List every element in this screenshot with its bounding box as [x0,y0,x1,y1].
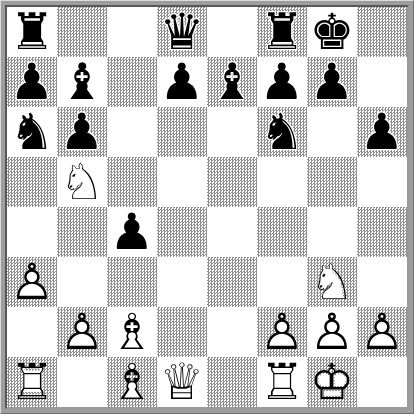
square-f2[interactable]: ♟♙ [257,307,307,357]
knight-icon: ♞ [257,107,307,157]
pawn-icon: ♟ [307,57,357,107]
queen-icon: ♕ [157,357,207,407]
piece-black-queen: ♛ [157,7,207,57]
bishop-icon: ♝ [57,57,107,107]
square-b1[interactable] [57,357,107,407]
pawn-icon: ♟ [257,57,307,107]
king-icon: ♔ [307,357,357,407]
piece-black-knight: ♞ [7,107,57,157]
square-d7[interactable]: ♟ [157,57,207,107]
square-b8[interactable] [57,7,107,57]
piece-white-rook: ♜♖ [7,357,57,407]
bishop-icon: ♗ [107,307,157,357]
pawn-icon: ♙ [7,257,57,307]
square-h7[interactable] [357,57,407,107]
pawn-icon: ♙ [307,307,357,357]
board-frame: ♜♛♜♚♟♝♟♝♟♟♞♟♞♟♞♘♟♟♙♞♘♟♙♝♗♟♙♟♙♟♙♜♖♝♗♛♕♜♖♚… [0,0,414,414]
knight-icon: ♘ [307,257,357,307]
square-h1[interactable] [357,357,407,407]
rook-icon: ♖ [7,357,57,407]
piece-black-rook: ♜ [7,7,57,57]
square-g1[interactable]: ♚♔ [307,357,357,407]
knight-icon: ♘ [57,157,107,207]
square-e1[interactable] [207,357,257,407]
square-f8[interactable]: ♜ [257,7,307,57]
square-g5[interactable] [307,157,357,207]
piece-black-pawn: ♟ [307,57,357,107]
square-c8[interactable] [107,7,157,57]
square-h3[interactable] [357,257,407,307]
piece-white-pawn: ♟♙ [257,307,307,357]
pawn-icon: ♟ [7,57,57,107]
square-b6[interactable]: ♟ [57,107,107,157]
square-h4[interactable] [357,207,407,257]
square-b2[interactable]: ♟♙ [57,307,107,357]
square-a3[interactable]: ♟♙ [7,257,57,307]
king-icon: ♚ [307,7,357,57]
piece-black-bishop: ♝ [57,57,107,107]
square-c2[interactable]: ♝♗ [107,307,157,357]
pawn-icon: ♟ [357,107,407,157]
square-g8[interactable]: ♚ [307,7,357,57]
square-e4[interactable] [207,207,257,257]
pawn-icon: ♟ [157,57,207,107]
square-f1[interactable]: ♜♖ [257,357,307,407]
pawn-icon: ♙ [57,307,107,357]
bishop-icon: ♗ [107,357,157,407]
pawn-icon: ♙ [257,307,307,357]
square-c6[interactable] [107,107,157,157]
square-c3[interactable] [107,257,157,307]
piece-white-rook: ♜♖ [257,357,307,407]
knight-icon: ♞ [7,107,57,157]
square-h2[interactable]: ♟♙ [357,307,407,357]
square-d8[interactable]: ♛ [157,7,207,57]
square-a2[interactable] [7,307,57,357]
square-h8[interactable] [357,7,407,57]
piece-black-pawn: ♟ [157,57,207,107]
piece-white-bishop: ♝♗ [107,307,157,357]
square-h5[interactable] [357,157,407,207]
square-g7[interactable]: ♟ [307,57,357,107]
square-f4[interactable] [257,207,307,257]
square-a7[interactable]: ♟ [7,57,57,107]
square-c7[interactable] [107,57,157,107]
piece-white-queen: ♛♕ [157,357,207,407]
piece-white-pawn: ♟♙ [357,307,407,357]
rook-icon: ♖ [257,357,307,407]
rook-icon: ♜ [257,7,307,57]
square-d2[interactable] [157,307,207,357]
piece-black-king: ♚ [307,7,357,57]
square-f5[interactable] [257,157,307,207]
pawn-icon: ♟ [57,107,107,157]
square-b7[interactable]: ♝ [57,57,107,107]
bishop-icon: ♝ [207,57,257,107]
square-g4[interactable] [307,207,357,257]
square-e7[interactable]: ♝ [207,57,257,107]
square-g2[interactable]: ♟♙ [307,307,357,357]
piece-white-pawn: ♟♙ [307,307,357,357]
piece-black-pawn: ♟ [57,107,107,157]
square-f6[interactable]: ♞ [257,107,307,157]
square-g3[interactable]: ♞♘ [307,257,357,307]
square-d5[interactable] [157,157,207,207]
piece-white-pawn: ♟♙ [57,307,107,357]
square-h6[interactable]: ♟ [357,107,407,157]
square-e8[interactable] [207,7,257,57]
square-e6[interactable] [207,107,257,157]
square-b4[interactable] [57,207,107,257]
square-c5[interactable] [107,157,157,207]
square-d1[interactable]: ♛♕ [157,357,207,407]
piece-white-knight: ♞♘ [307,257,357,307]
piece-white-pawn: ♟♙ [7,257,57,307]
pawn-icon: ♟ [107,207,157,257]
square-b3[interactable] [57,257,107,307]
square-a4[interactable] [7,207,57,257]
piece-black-rook: ♜ [257,7,307,57]
pawn-icon: ♙ [357,307,407,357]
piece-white-king: ♚♔ [307,357,357,407]
square-f7[interactable]: ♟ [257,57,307,107]
piece-black-bishop: ♝ [207,57,257,107]
queen-icon: ♛ [157,7,207,57]
piece-black-pawn: ♟ [257,57,307,107]
piece-black-knight: ♞ [257,107,307,157]
square-d6[interactable] [157,107,207,157]
square-d4[interactable] [157,207,207,257]
piece-black-pawn: ♟ [7,57,57,107]
rook-icon: ♜ [7,7,57,57]
square-d3[interactable] [157,257,207,307]
piece-white-bishop: ♝♗ [107,357,157,407]
square-a1[interactable]: ♜♖ [7,357,57,407]
square-c1[interactable]: ♝♗ [107,357,157,407]
square-a6[interactable]: ♞ [7,107,57,157]
piece-black-pawn: ♟ [107,207,157,257]
square-g6[interactable] [307,107,357,157]
piece-black-pawn: ♟ [357,107,407,157]
square-e3[interactable] [207,257,257,307]
chess-board: ♜♛♜♚♟♝♟♝♟♟♞♟♞♟♞♘♟♟♙♞♘♟♙♝♗♟♙♟♙♟♙♜♖♝♗♛♕♜♖♚… [5,5,409,409]
piece-white-knight: ♞♘ [57,157,107,207]
square-a8[interactable]: ♜ [7,7,57,57]
square-a5[interactable] [7,157,57,207]
square-c4[interactable]: ♟ [107,207,157,257]
square-e5[interactable] [207,157,257,207]
square-f3[interactable] [257,257,307,307]
square-b5[interactable]: ♞♘ [57,157,107,207]
square-e2[interactable] [207,307,257,357]
